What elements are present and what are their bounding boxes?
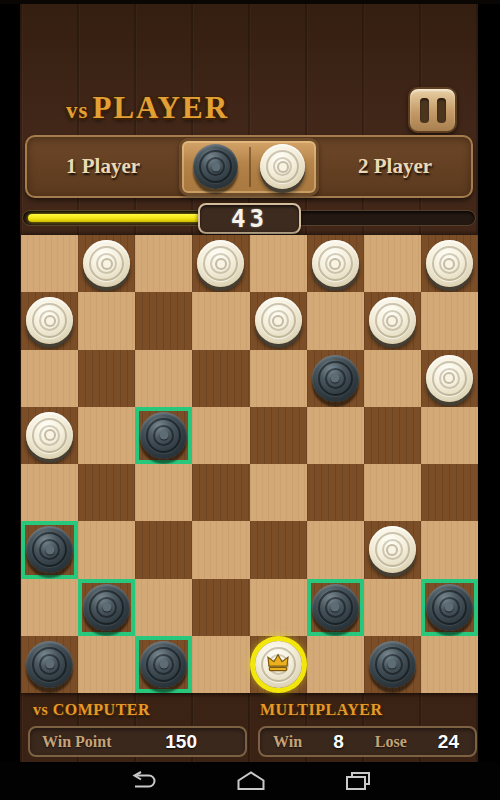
checker-dark-icon[interactable] [193,144,238,189]
board-square [421,407,478,464]
board-square[interactable] [307,579,364,636]
checker-center-dot [443,372,455,384]
board-square[interactable] [21,521,78,578]
board-square[interactable] [307,464,364,521]
checker-dark[interactable] [83,584,130,631]
checker-center-dot [215,258,227,270]
board-square [421,292,478,349]
checker-center-dot [386,315,398,327]
board-square [135,579,192,636]
board-square[interactable] [250,521,307,578]
checker-center-dot [445,603,454,612]
player2-label: 2 Player [319,154,471,179]
board-square[interactable] [21,292,78,349]
win-point-panel: Win Point 150 [28,726,247,757]
checker-center-dot [101,258,113,270]
board-square [192,521,249,578]
checker-light[interactable] [426,355,473,402]
checker-dark[interactable] [26,526,73,573]
page-title: vs PLAYER [66,90,229,126]
board-square [250,579,307,636]
checker-center-dot [45,545,54,554]
back-icon[interactable] [129,771,159,791]
checker-dark[interactable] [26,641,73,688]
turn-indicator-box [179,138,319,196]
board-square[interactable] [78,464,135,521]
board-square[interactable] [250,636,307,693]
board-square[interactable] [135,292,192,349]
checker-light[interactable] [426,240,473,287]
board-square [21,579,78,636]
checker-center-dot [386,544,398,556]
checker-light[interactable] [197,240,244,287]
board-square[interactable] [192,350,249,407]
board-square [78,407,135,464]
pause-icon [437,98,446,123]
board-square [250,350,307,407]
board-square[interactable] [421,464,478,521]
checker-light[interactable] [369,526,416,573]
board-square[interactable] [21,407,78,464]
home-icon[interactable] [236,771,266,791]
pause-button[interactable] [408,87,457,133]
checker-light[interactable] [312,240,359,287]
board-square [135,350,192,407]
board-square [78,521,135,578]
board-square [135,235,192,292]
lose-label: Lose [375,733,407,751]
recents-icon[interactable] [343,771,373,791]
checker-center-dot [44,429,56,441]
timer-value: 43 [231,205,268,233]
vs-computer-title: vs COMPUTER [33,701,150,719]
checker-center-dot [45,660,54,669]
checker-light[interactable] [83,240,130,287]
app-background: vs PLAYER 1 Player 2 Player 43 vs COMPUT… [20,0,478,762]
board-square [364,464,421,521]
checker-center-dot [272,315,284,327]
checker-light[interactable] [255,297,302,344]
checker-dark[interactable] [140,641,187,688]
board-square[interactable] [421,235,478,292]
board-square [307,521,364,578]
timer-counter: 43 [198,203,301,234]
board-square [192,636,249,693]
turn-box-divider [249,147,251,187]
win-point-label: Win Point [42,733,112,751]
board-square[interactable] [192,235,249,292]
win-point-value: 150 [165,731,197,753]
board-square [21,235,78,292]
board-square [364,350,421,407]
screen: vs PLAYER 1 Player 2 Player 43 vs COMPUT… [0,0,500,800]
checker-center-dot [329,258,341,270]
board-square[interactable] [421,350,478,407]
board-square[interactable] [192,579,249,636]
board-square[interactable] [307,235,364,292]
board-square [78,292,135,349]
checker-center-dot [44,315,56,327]
player-bar: 1 Player 2 Player [25,135,473,198]
board-square[interactable] [307,350,364,407]
win-value: 8 [333,731,344,753]
checker-center-dot [159,660,168,669]
lose-value: 24 [438,731,459,753]
win-label: Win [273,733,302,751]
board-square [135,464,192,521]
multiplayer-panel: Win 8 Lose 24 [258,726,477,757]
board-square[interactable] [364,636,421,693]
board-square [21,350,78,407]
board-square[interactable] [21,636,78,693]
checker-center-dot [388,660,397,669]
board-square[interactable] [250,292,307,349]
checker-light[interactable] [369,297,416,344]
board-square [364,579,421,636]
board-square [307,636,364,693]
checker-light[interactable] [26,297,73,344]
board-square[interactable] [78,579,135,636]
board-square [421,521,478,578]
board-square [307,292,364,349]
board-square [307,407,364,464]
checker-center-dot [443,258,455,270]
board-square[interactable] [135,407,192,464]
board-square [421,636,478,693]
title-main: PLAYER [92,90,229,125]
checker-king-light[interactable] [255,641,302,688]
board-square[interactable] [421,579,478,636]
board [21,235,478,693]
title-vs: vs [66,98,88,123]
board-square[interactable] [78,235,135,292]
checker-center-dot [331,374,340,383]
board-square [192,407,249,464]
board-square [250,235,307,292]
board-square [192,292,249,349]
board-square[interactable] [250,407,307,464]
board-square [250,464,307,521]
board-square[interactable] [364,292,421,349]
board-square[interactable] [192,464,249,521]
player1-label: 1 Player [27,154,179,179]
checker-dark[interactable] [312,355,359,402]
android-navbar [0,762,500,800]
crown-icon [266,654,290,674]
board-square [364,235,421,292]
board-square[interactable] [364,521,421,578]
pause-icon [420,98,429,123]
checker-dark[interactable] [312,584,359,631]
board-square[interactable] [364,407,421,464]
checker-dark[interactable] [140,412,187,459]
checker-light-icon[interactable] [260,144,305,189]
top-edge [0,0,500,4]
board-square [78,636,135,693]
checker-center-dot [159,431,168,440]
board-square [21,464,78,521]
checker-center-dot [211,162,220,171]
checker-dark[interactable] [369,641,416,688]
timer-progress-fill [28,214,204,222]
multiplayer-title: MULTIPLAYER [260,701,383,719]
board-square[interactable] [135,636,192,693]
checker-dark[interactable] [426,584,473,631]
board-square[interactable] [78,350,135,407]
checker-center-dot [102,603,111,612]
board-square[interactable] [135,521,192,578]
checker-center-dot [277,161,289,173]
checker-light[interactable] [26,412,73,459]
checker-center-dot [331,603,340,612]
